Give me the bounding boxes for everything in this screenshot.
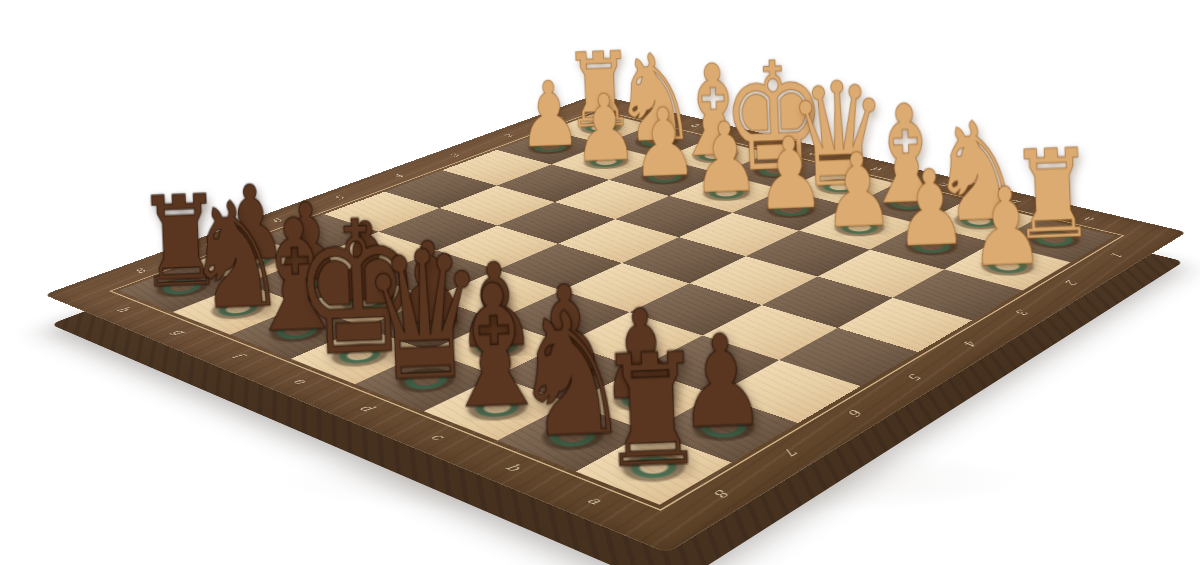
piece-white-pawn-f2: ♟ (629, 95, 698, 191)
rank-label-2-right: 2 (1060, 279, 1082, 286)
file-label-b-near: b (501, 462, 525, 474)
rank-label-7-right: 7 (779, 446, 804, 457)
photo-backdrop: hh11gg22ff33ee44dd55cc66bb77aa88 ♜♞♝♚♛♝♞… (0, 0, 1200, 565)
rank-label-8-right: 8 (709, 487, 735, 499)
file-label-g-near: g (168, 328, 190, 337)
rank-label-4-left: 4 (390, 173, 407, 178)
rank-label-3-left: 3 (446, 153, 463, 158)
file-label-f-near: f (228, 352, 248, 360)
square-e4 (558, 219, 679, 263)
file-label-d-near: d (355, 403, 378, 413)
file-label-a-near: a (582, 494, 606, 506)
rank-label-1-right: 1 (1106, 251, 1127, 258)
piece-black-rook-a8: ♜ (595, 332, 709, 490)
file-label-e-near: e (289, 376, 311, 386)
rank-label-3-right: 3 (1011, 308, 1033, 316)
file-label-c-near: c (426, 432, 449, 443)
rank-label-4-right: 4 (959, 339, 982, 348)
file-label-h-near: h (113, 305, 134, 313)
rank-label-5-right: 5 (903, 372, 927, 381)
rank-label-6-right: 6 (843, 408, 867, 418)
rank-label-2-left: 2 (500, 134, 516, 139)
